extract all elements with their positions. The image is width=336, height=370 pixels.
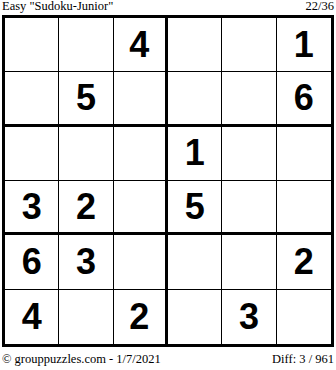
cell-r6c4[interactable] bbox=[168, 290, 222, 344]
cell-r6c5[interactable]: 3 bbox=[222, 290, 276, 344]
cell-r5c1[interactable]: 6 bbox=[5, 235, 59, 289]
cell-r6c3[interactable]: 2 bbox=[114, 290, 168, 344]
cell-r1c5[interactable] bbox=[222, 18, 276, 72]
puzzle-counter: 22/36 bbox=[306, 0, 334, 13]
cell-r2c3[interactable] bbox=[114, 72, 168, 126]
cell-r1c2[interactable] bbox=[59, 18, 113, 72]
cell-r2c4[interactable] bbox=[168, 72, 222, 126]
page-footer: © grouppuzzles.com - 1/7/2021 Diff: 3 / … bbox=[2, 352, 334, 368]
cell-r4c3[interactable] bbox=[114, 181, 168, 235]
cell-r6c2[interactable] bbox=[59, 290, 113, 344]
cell-r2c6[interactable]: 6 bbox=[277, 72, 331, 126]
cell-r2c1[interactable] bbox=[5, 72, 59, 126]
cell-r4c1[interactable]: 3 bbox=[5, 181, 59, 235]
cell-r5c6[interactable]: 2 bbox=[277, 235, 331, 289]
cell-r6c1[interactable]: 4 bbox=[5, 290, 59, 344]
cell-r6c6[interactable] bbox=[277, 290, 331, 344]
cell-r1c4[interactable] bbox=[168, 18, 222, 72]
cell-r5c4[interactable] bbox=[168, 235, 222, 289]
cell-r3c1[interactable] bbox=[5, 127, 59, 181]
cell-r4c4[interactable]: 5 bbox=[168, 181, 222, 235]
cell-r5c3[interactable] bbox=[114, 235, 168, 289]
page-header: Easy "Sudoku-Junior" 22/36 bbox=[2, 0, 334, 14]
cell-r4c5[interactable] bbox=[222, 181, 276, 235]
puzzle-title: Easy "Sudoku-Junior" bbox=[2, 0, 113, 13]
cell-r5c2[interactable]: 3 bbox=[59, 235, 113, 289]
cell-r2c2[interactable]: 5 bbox=[59, 72, 113, 126]
cell-r4c6[interactable] bbox=[277, 181, 331, 235]
cell-r3c2[interactable] bbox=[59, 127, 113, 181]
cell-r1c3[interactable]: 4 bbox=[114, 18, 168, 72]
cell-r3c3[interactable] bbox=[114, 127, 168, 181]
cell-r3c4[interactable]: 1 bbox=[168, 127, 222, 181]
cell-r3c5[interactable] bbox=[222, 127, 276, 181]
difficulty-text: Diff: 3 / 961 bbox=[272, 352, 334, 366]
cell-r4c2[interactable]: 2 bbox=[59, 181, 113, 235]
cell-r2c5[interactable] bbox=[222, 72, 276, 126]
copyright-text: © grouppuzzles.com - 1/7/2021 bbox=[2, 352, 161, 366]
cell-r1c6[interactable]: 1 bbox=[277, 18, 331, 72]
cell-r5c5[interactable] bbox=[222, 235, 276, 289]
cell-r3c6[interactable] bbox=[277, 127, 331, 181]
sudoku-board: 41561325632423 bbox=[2, 15, 334, 347]
cell-r1c1[interactable] bbox=[5, 18, 59, 72]
